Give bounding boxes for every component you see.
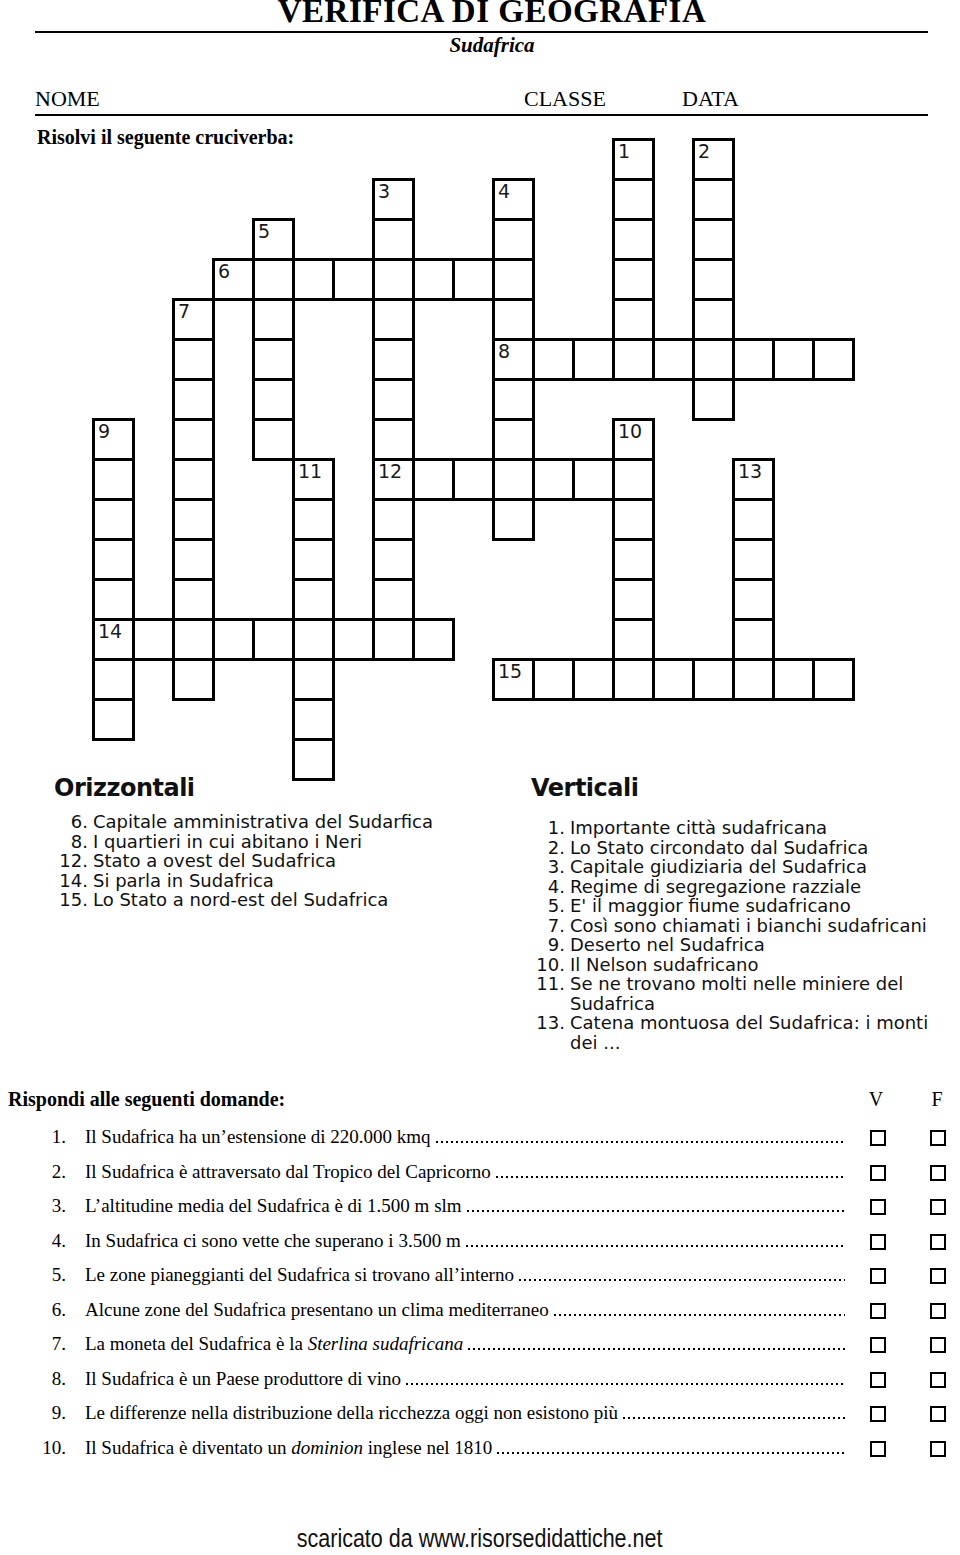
crossword-cell-r5c16[interactable] — [732, 338, 775, 381]
clue-item-13: 13.Catena montuosa del Sudafrica: i mont… — [531, 1013, 960, 1052]
crossword-cell-r10c16[interactable] — [732, 538, 775, 581]
crossword-cell-r12c0[interactable]: 14 — [92, 618, 135, 661]
clue-item-number: 11. — [531, 974, 570, 1013]
clue-item-text: Catena montuosa del Sudafrica: i montide… — [570, 1013, 928, 1052]
clue-item-number: 8. — [54, 832, 93, 852]
page-title: VERIFICA DI GEOGRAFIA — [25, 0, 959, 30]
clue-item-number: 4. — [531, 877, 570, 897]
crossword-cell-r9c16[interactable] — [732, 498, 775, 541]
clue-number-7: 7 — [178, 301, 190, 321]
crossword-cell-r8c2[interactable] — [172, 458, 215, 501]
true-column-header: V — [866, 1088, 886, 1111]
checkbox-true[interactable] — [870, 1372, 886, 1388]
crossword-cell-r8c9[interactable] — [452, 458, 495, 501]
clue-item-text: E' il maggior fiume sudafricano — [570, 896, 851, 916]
clue-item-text: Se ne trovano molti nelle miniere delSud… — [570, 974, 903, 1013]
footer: scaricato da www.risorsedidattiche.net — [0, 1524, 960, 1553]
crossword-cell-r13c2[interactable] — [172, 658, 215, 701]
clue-number-11: 11 — [298, 461, 322, 481]
crossword-cell-r4c4[interactable] — [252, 298, 295, 341]
question-row-5: 5.Le zone pianeggianti del Sudafrica si … — [0, 1260, 946, 1286]
checkbox-true[interactable] — [870, 1268, 886, 1284]
questions-prompt: Rispondi alle seguenti domande: — [8, 1088, 285, 1111]
crossword-cell-r12c5[interactable] — [292, 618, 335, 661]
crossword-cell-r3c10[interactable] — [492, 258, 535, 301]
crossword-cell-r5c17[interactable] — [772, 338, 815, 381]
clue-item-3: 3.Capitale giudiziaria del Sudafrica — [531, 857, 960, 877]
crossword-cell-r5c4[interactable] — [252, 338, 295, 381]
question-row-2: 2.Il Sudafrica è attraversato dal Tropic… — [0, 1157, 946, 1183]
dotted-leader — [468, 1348, 845, 1350]
crossword-cell-r13c12[interactable] — [572, 658, 615, 701]
clue-item-number: 10. — [531, 955, 570, 975]
checkbox-true[interactable] — [870, 1165, 886, 1181]
crossword-cell-r5c10[interactable]: 8 — [492, 338, 535, 381]
crossword-cell-r13c11[interactable] — [532, 658, 575, 701]
question-text: Il Sudafrica è un Paese produttore di vi… — [66, 1368, 401, 1390]
question-row-3: 3.L’altitudine media del Sudafrica è di … — [0, 1191, 946, 1217]
crossword-cell-r13c17[interactable] — [772, 658, 815, 701]
clue-item-text: Così sono chiamati i bianchi sudafricani — [570, 916, 927, 936]
checkbox-false[interactable] — [930, 1165, 946, 1181]
crossword-cell-r12c7[interactable] — [372, 618, 415, 661]
across-clues: Orizzontali 6.Capitale amministrativa de… — [54, 775, 494, 910]
question-text: Il Sudafrica ha un’estensione di 220.000… — [66, 1126, 431, 1148]
dotted-leader — [436, 1141, 845, 1143]
checkbox-false[interactable] — [930, 1441, 946, 1457]
crossword-cell-r10c13[interactable] — [612, 538, 655, 581]
clue-item-10: 10.Il Nelson sudafricano — [531, 955, 960, 975]
crossword-cell-r11c7[interactable] — [372, 578, 415, 621]
crossword-cell-r7c4[interactable] — [252, 418, 295, 461]
crossword-cell-r9c7[interactable] — [372, 498, 415, 541]
crossword-cell-r12c3[interactable] — [212, 618, 255, 661]
crossword-cell-r5c13[interactable] — [612, 338, 655, 381]
crossword-cell-r10c7[interactable] — [372, 538, 415, 581]
crossword-cell-r8c8[interactable] — [412, 458, 455, 501]
clue-item-text: Si parla in Sudafrica — [93, 871, 274, 891]
checkbox-true[interactable] — [870, 1303, 886, 1319]
crossword-cell-r3c7[interactable] — [372, 258, 415, 301]
crossword-cell-r8c13[interactable] — [612, 458, 655, 501]
question-number: 1. — [0, 1126, 66, 1148]
clue-item-number: 12. — [54, 851, 93, 871]
crossword-cell-r12c2[interactable] — [172, 618, 215, 661]
crossword-cell-r11c0[interactable] — [92, 578, 135, 621]
clue-number-6: 6 — [218, 261, 230, 281]
crossword-cell-r12c13[interactable] — [612, 618, 655, 661]
checkbox-false[interactable] — [930, 1268, 946, 1284]
crossword-cell-r6c10[interactable] — [492, 378, 535, 421]
crossword-cell-r14c5[interactable] — [292, 698, 335, 741]
checkbox-true[interactable] — [870, 1234, 886, 1250]
question-number: 7. — [0, 1333, 66, 1355]
crossword-cell-r0c15[interactable]: 2 — [692, 138, 735, 181]
crossword-cell-r7c0[interactable]: 9 — [92, 418, 135, 461]
question-row-9: 9.Le differenze nella distribuzione dell… — [0, 1398, 946, 1424]
checkbox-false[interactable] — [930, 1372, 946, 1388]
clue-item-9: 9.Deserto nel Sudafrica — [531, 935, 960, 955]
down-clues: Verticali 1.Importante città sudafricana… — [531, 775, 960, 1052]
crossword-cell-r2c15[interactable] — [692, 218, 735, 261]
crossword-cell-r10c2[interactable] — [172, 538, 215, 581]
crossword-cell-r5c18[interactable] — [812, 338, 855, 381]
clue-item-text: Il Nelson sudafricano — [570, 955, 758, 975]
crossword-cell-r1c15[interactable] — [692, 178, 735, 221]
question-row-10: 10.Il Sudafrica è diventato un dominion … — [0, 1433, 946, 1459]
crossword-cell-r9c13[interactable] — [612, 498, 655, 541]
crossword-cell-r8c5[interactable]: 11 — [292, 458, 335, 501]
crossword-cell-r4c10[interactable] — [492, 298, 535, 341]
dotted-leader — [519, 1279, 845, 1281]
clue-number-1: 1 — [618, 141, 630, 161]
question-number: 9. — [0, 1402, 66, 1424]
crossword-cell-r4c13[interactable] — [612, 298, 655, 341]
down-clues-title: Verticali — [531, 775, 960, 801]
clue-item-12: 12.Stato a ovest del Sudafrica — [54, 851, 494, 871]
crossword-cell-r5c11[interactable] — [532, 338, 575, 381]
crossword-cell-r1c7[interactable]: 3 — [372, 178, 415, 221]
clue-item-text: Deserto nel Sudafrica — [570, 935, 765, 955]
clue-number-8: 8 — [498, 341, 510, 361]
crossword-cell-r8c12[interactable] — [572, 458, 615, 501]
crossword-cell-r9c5[interactable] — [292, 498, 335, 541]
clue-item-number: 15. — [54, 890, 93, 910]
clue-item-text: Importante città sudafricana — [570, 818, 827, 838]
crossword-cell-r0c13[interactable]: 1 — [612, 138, 655, 181]
crossword-cell-r3c4[interactable] — [252, 258, 295, 301]
crossword-cell-r14c0[interactable] — [92, 698, 135, 741]
question-text: Le zone pianeggianti del Sudafrica si tr… — [66, 1264, 514, 1286]
question-number: 4. — [0, 1230, 66, 1252]
crossword-cell-r3c3[interactable]: 6 — [212, 258, 255, 301]
crossword-cell-r11c16[interactable] — [732, 578, 775, 621]
question-text: Alcune zone del Sudafrica presentano un … — [66, 1299, 549, 1321]
clue-item-14: 14.Si parla in Sudafrica — [54, 871, 494, 891]
clue-item-number: 7. — [531, 916, 570, 936]
clue-number-12: 12 — [378, 461, 402, 481]
clue-item-text: Capitale giudiziaria del Sudafrica — [570, 857, 867, 877]
clue-item-number: 5. — [531, 896, 570, 916]
question-number: 10. — [0, 1437, 66, 1459]
crossword-cell-r6c4[interactable] — [252, 378, 295, 421]
crossword-cell-r5c2[interactable] — [172, 338, 215, 381]
dotted-leader — [554, 1314, 845, 1316]
checkbox-true[interactable] — [870, 1337, 886, 1353]
crossword-cell-r11c2[interactable] — [172, 578, 215, 621]
crossword-cell-r13c15[interactable] — [692, 658, 735, 701]
crossword-cell-r10c0[interactable] — [92, 538, 135, 581]
crossword-cell-r6c15[interactable] — [692, 378, 735, 421]
question-text: L’altitudine media del Sudafrica è di 1.… — [66, 1195, 462, 1217]
crossword-prompt: Risolvi il seguente cruciverba: — [37, 126, 294, 149]
checkbox-false[interactable] — [930, 1303, 946, 1319]
crossword-cell-r3c6[interactable] — [332, 258, 375, 301]
across-clues-title: Orizzontali — [54, 775, 494, 801]
clue-item-number: 3. — [531, 857, 570, 877]
clue-item-text: Regime di segregazione razziale — [570, 877, 861, 897]
crossword-cell-r6c2[interactable] — [172, 378, 215, 421]
crossword-cell-r8c11[interactable] — [532, 458, 575, 501]
question-number: 8. — [0, 1368, 66, 1390]
crossword-cell-r12c1[interactable] — [132, 618, 175, 661]
question-text: Il Sudafrica è diventato un dominion ing… — [66, 1437, 492, 1459]
crossword-cell-r6c7[interactable] — [372, 378, 415, 421]
checkbox-false[interactable] — [930, 1130, 946, 1146]
clue-number-2: 2 — [698, 141, 710, 161]
crossword-cell-r12c4[interactable] — [252, 618, 295, 661]
dotted-leader — [497, 1452, 845, 1454]
crossword-cell-r7c2[interactable] — [172, 418, 215, 461]
crossword-cell-r9c10[interactable] — [492, 498, 535, 541]
crossword-cell-r8c10[interactable] — [492, 458, 535, 501]
question-text: In Sudafrica ci sono vette che superano … — [66, 1230, 461, 1252]
crossword-cell-r7c7[interactable] — [372, 418, 415, 461]
dotted-leader — [467, 1210, 845, 1212]
question-number: 2. — [0, 1161, 66, 1183]
crossword-cell-r4c15[interactable] — [692, 298, 735, 341]
crossword-cell-r8c0[interactable] — [92, 458, 135, 501]
crossword-cell-r8c7[interactable]: 12 — [372, 458, 415, 501]
clue-item-8: 8.I quartieri in cui abitano i Neri — [54, 832, 494, 852]
question-row-8: 8.Il Sudafrica è un Paese produttore di … — [0, 1364, 946, 1390]
clue-number-10: 10 — [618, 421, 642, 441]
crossword-cell-r5c14[interactable] — [652, 338, 695, 381]
checkbox-false[interactable] — [930, 1199, 946, 1215]
question-row-1: 1.Il Sudafrica ha un’estensione di 220.0… — [0, 1122, 946, 1148]
dotted-leader — [496, 1176, 845, 1178]
dotted-leader — [406, 1383, 845, 1385]
clue-item-15: 15.Lo Stato a nord-est del Sudafrica — [54, 890, 494, 910]
crossword-cell-r7c10[interactable] — [492, 418, 535, 461]
crossword-cell-r13c16[interactable] — [732, 658, 775, 701]
true-false-questions-section: Rispondi alle seguenti domande: V F 1.Il… — [0, 1085, 946, 1485]
clue-number-14: 14 — [98, 621, 122, 641]
clue-item-4: 4.Regime di segregazione razziale — [531, 877, 960, 897]
clue-number-15: 15 — [498, 661, 522, 681]
question-row-4: 4.In Sudafrica ci sono vette che superan… — [0, 1226, 946, 1252]
clue-item-2: 2.Lo Stato circondato dal Sudafrica — [531, 838, 960, 858]
crossword-cell-r5c12[interactable] — [572, 338, 615, 381]
clue-item-7: 7.Così sono chiamati i bianchi sudafrica… — [531, 916, 960, 936]
crossword-cell-r1c13[interactable] — [612, 178, 655, 221]
clue-item-text: Stato a ovest del Sudafrica — [93, 851, 336, 871]
crossword-cell-r4c7[interactable] — [372, 298, 415, 341]
dotted-leader — [623, 1417, 845, 1419]
worksheet-page: VERIFICA DI GEOGRAFIA Sudafrica NOME CLA… — [0, 0, 960, 1555]
down-clues-list: 1.Importante città sudafricana2.Lo Stato… — [531, 818, 960, 1052]
clue-item-text: Lo Stato circondato dal Sudafrica — [570, 838, 868, 858]
crossword-cell-r9c2[interactable] — [172, 498, 215, 541]
checkbox-true[interactable] — [870, 1199, 886, 1215]
crossword-cell-r5c7[interactable] — [372, 338, 415, 381]
crossword-cell-r3c13[interactable] — [612, 258, 655, 301]
checkbox-false[interactable] — [930, 1337, 946, 1353]
clue-number-3: 3 — [378, 181, 390, 201]
clue-item-text: Capitale amministrativa del Sudarfica — [93, 812, 433, 832]
dotted-leader — [466, 1245, 845, 1247]
crossword-cell-r2c10[interactable] — [492, 218, 535, 261]
crossword-cell-r8c16[interactable]: 13 — [732, 458, 775, 501]
crossword-cell-r12c16[interactable] — [732, 618, 775, 661]
crossword-cell-r3c9[interactable] — [452, 258, 495, 301]
checkbox-true[interactable] — [870, 1441, 886, 1457]
crossword-cell-r5c15[interactable] — [692, 338, 735, 381]
crossword-cell-r11c13[interactable] — [612, 578, 655, 621]
question-text: Il Sudafrica è attraversato dal Tropico … — [66, 1161, 491, 1183]
question-row-6: 6.Alcune zone del Sudafrica presentano u… — [0, 1295, 946, 1321]
checkbox-true[interactable] — [870, 1130, 886, 1146]
crossword-cell-r12c6[interactable] — [332, 618, 375, 661]
clue-item-1: 1.Importante città sudafricana — [531, 818, 960, 838]
clue-item-5: 5.E' il maggior fiume sudafricano — [531, 896, 960, 916]
clue-item-number: 1. — [531, 818, 570, 838]
crossword-cell-r13c13[interactable] — [612, 658, 655, 701]
checkbox-false[interactable] — [930, 1406, 946, 1422]
crossword-cell-r9c0[interactable] — [92, 498, 135, 541]
clue-item-number: 9. — [531, 935, 570, 955]
crossword-cell-r2c7[interactable] — [372, 218, 415, 261]
crossword-cell-r2c13[interactable] — [612, 218, 655, 261]
name-field-label: NOME — [35, 86, 100, 112]
crossword-cell-r2c4[interactable]: 5 — [252, 218, 295, 261]
clue-item-6: 6.Capitale amministrativa del Sudarfica — [54, 812, 494, 832]
clue-number-5: 5 — [258, 221, 270, 241]
crossword-cell-r3c8[interactable] — [412, 258, 455, 301]
crossword-cell-r1c10[interactable]: 4 — [492, 178, 535, 221]
crossword-cell-r13c14[interactable] — [652, 658, 695, 701]
crossword-cell-r13c5[interactable] — [292, 658, 335, 701]
clue-item-number: 14. — [54, 871, 93, 891]
crossword-cell-r11c5[interactable] — [292, 578, 335, 621]
across-clues-list: 6.Capitale amministrativa del Sudarfica8… — [54, 812, 494, 910]
false-column-header: F — [927, 1088, 947, 1111]
question-row-7: 7.La moneta del Sudafrica è la Sterlina … — [0, 1329, 946, 1355]
question-number: 6. — [0, 1299, 66, 1321]
question-number: 3. — [0, 1195, 66, 1217]
crossword-cell-r13c10[interactable]: 15 — [492, 658, 535, 701]
clue-item-text: Lo Stato a nord-est del Sudafrica — [93, 890, 388, 910]
clue-item-number: 2. — [531, 838, 570, 858]
crossword-cell-r12c8[interactable] — [412, 618, 455, 661]
date-field-label: DATA — [682, 86, 739, 112]
clue-item-number: 13. — [531, 1013, 570, 1052]
class-field-label: CLASSE — [524, 86, 606, 112]
clue-item-text: I quartieri in cui abitano i Neri — [93, 832, 362, 852]
footer-credit: scaricato da www.risorsedidattiche.net — [297, 1524, 663, 1553]
crossword-cell-r7c13[interactable]: 10 — [612, 418, 655, 461]
clue-item-11: 11.Se ne trovano molti nelle miniere del… — [531, 974, 960, 1013]
crossword-cell-r3c5[interactable] — [292, 258, 335, 301]
crossword-cell-r3c15[interactable] — [692, 258, 735, 301]
crossword-cell-r13c18[interactable] — [812, 658, 855, 701]
clue-item-number: 6. — [54, 812, 93, 832]
question-number: 5. — [0, 1264, 66, 1286]
question-text: La moneta del Sudafrica è la Sterlina su… — [66, 1333, 463, 1355]
crossword-cell-r10c5[interactable] — [292, 538, 335, 581]
clue-number-13: 13 — [738, 461, 762, 481]
crossword-cell-r13c0[interactable] — [92, 658, 135, 701]
clue-number-4: 4 — [498, 181, 510, 201]
checkbox-false[interactable] — [930, 1234, 946, 1250]
divider-line — [35, 114, 928, 116]
page-subtitle: Sudafrica — [25, 33, 959, 58]
crossword-cell-r4c2[interactable]: 7 — [172, 298, 215, 341]
question-text: Le differenze nella distribuzione della … — [66, 1402, 618, 1424]
clue-number-9: 9 — [98, 421, 110, 441]
checkbox-true[interactable] — [870, 1406, 886, 1422]
